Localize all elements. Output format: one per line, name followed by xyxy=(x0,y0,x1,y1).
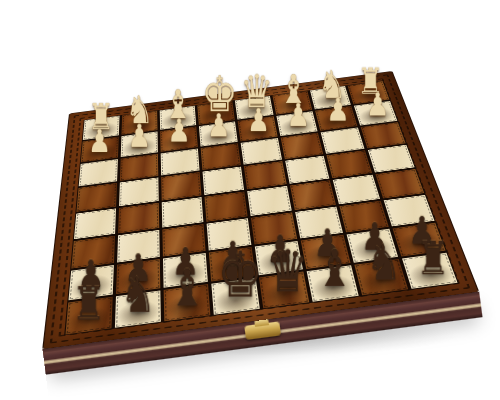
black-king[interactable]: ♚ xyxy=(217,245,255,307)
square-g2[interactable]: ♟ xyxy=(121,132,158,157)
square-c3[interactable] xyxy=(281,133,324,159)
square-b3[interactable] xyxy=(321,127,365,153)
square-f3[interactable] xyxy=(161,149,200,176)
square-b2[interactable]: ♟ xyxy=(315,106,357,131)
white-pawn[interactable]: ♟ xyxy=(124,120,155,152)
square-h2[interactable]: ♟ xyxy=(81,137,119,163)
square-a2[interactable]: ♟ xyxy=(354,101,397,126)
black-knight[interactable]: ♞ xyxy=(365,239,403,287)
square-a3[interactable] xyxy=(361,122,406,148)
black-rook[interactable]: ♜ xyxy=(70,280,108,326)
square-d5[interactable] xyxy=(247,186,291,216)
white-pawn[interactable]: ♟ xyxy=(243,104,274,136)
square-b8[interactable]: ♞ xyxy=(354,259,408,295)
square-g5[interactable] xyxy=(118,203,159,234)
square-b4[interactable] xyxy=(327,150,372,178)
white-pawn[interactable]: ♟ xyxy=(84,125,115,157)
square-a5[interactable] xyxy=(376,169,425,198)
square-h3[interactable] xyxy=(79,159,118,186)
square-f2[interactable]: ♟ xyxy=(160,126,198,151)
square-d4[interactable] xyxy=(244,161,287,189)
black-rook[interactable]: ♜ xyxy=(414,235,452,281)
square-h4[interactable] xyxy=(76,183,117,212)
black-bishop[interactable]: ♝ xyxy=(316,243,354,294)
square-d3[interactable] xyxy=(241,138,282,165)
brass-clasp-icon xyxy=(244,321,281,340)
square-d2[interactable]: ♟ xyxy=(238,116,278,141)
square-g8[interactable]: ♞ xyxy=(115,290,161,327)
square-c4[interactable] xyxy=(285,156,329,184)
white-pawn[interactable]: ♟ xyxy=(362,88,393,120)
square-c2[interactable]: ♟ xyxy=(276,111,317,136)
square-e5[interactable] xyxy=(205,192,248,222)
square-c5[interactable] xyxy=(290,180,336,210)
studio-background: ♜♞♝♚♛♝♞♜♟♟♟♟♟♟♟♟♟♟♟♟♟♟♟♟♜♞♝♚♛♝♞♜ xyxy=(0,0,500,400)
black-queen[interactable]: ♛ xyxy=(267,243,305,301)
square-f4[interactable] xyxy=(161,172,201,201)
square-g3[interactable] xyxy=(120,154,158,181)
black-bishop[interactable]: ♝ xyxy=(168,263,206,314)
square-e8[interactable]: ♚ xyxy=(211,278,259,315)
black-knight[interactable]: ♞ xyxy=(119,272,157,320)
square-c8[interactable]: ♝ xyxy=(307,265,359,302)
square-a8[interactable]: ♜ xyxy=(402,253,458,289)
square-g4[interactable] xyxy=(119,177,159,206)
white-pawn[interactable]: ♟ xyxy=(204,109,235,141)
square-e4[interactable] xyxy=(203,167,245,195)
board-grid: ♜♞♝♚♛♝♞♜♟♟♟♟♟♟♟♟♟♟♟♟♟♟♟♟♜♞♝♚♛♝♞♜ xyxy=(64,80,459,335)
square-a4[interactable] xyxy=(368,145,415,173)
square-h5[interactable] xyxy=(74,208,116,239)
square-e2[interactable]: ♟ xyxy=(199,121,238,146)
square-b5[interactable] xyxy=(333,175,380,205)
square-f5[interactable] xyxy=(162,197,204,227)
square-f8[interactable]: ♝ xyxy=(164,284,211,321)
square-d8[interactable]: ♛ xyxy=(259,272,309,309)
white-pawn[interactable]: ♟ xyxy=(283,99,314,131)
square-h8[interactable]: ♜ xyxy=(65,297,112,335)
white-pawn[interactable]: ♟ xyxy=(164,115,195,147)
chess-board: ♜♞♝♚♛♝♞♜♟♟♟♟♟♟♟♟♟♟♟♟♟♟♟♟♜♞♝♚♛♝♞♜ xyxy=(42,71,479,350)
white-pawn[interactable]: ♟ xyxy=(323,94,354,126)
square-e3[interactable] xyxy=(201,143,241,170)
